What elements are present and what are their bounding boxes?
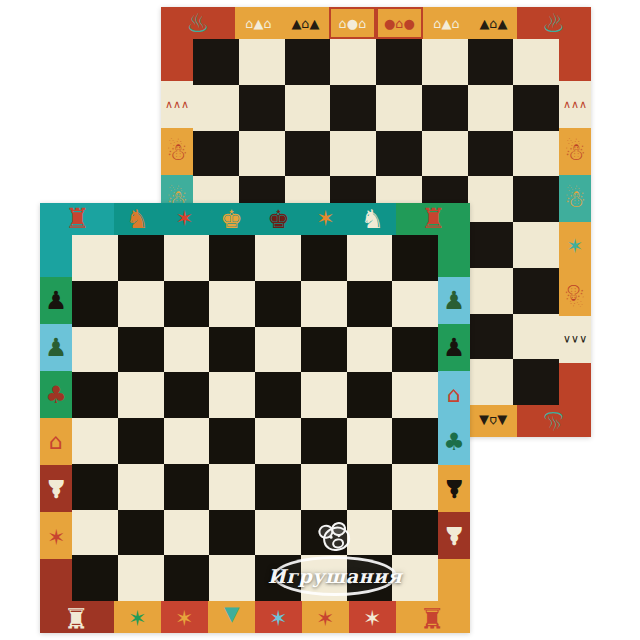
medieval-board-square-b6 bbox=[118, 327, 164, 373]
guard-with-spear-icon: ♟ bbox=[443, 476, 465, 501]
figure-in-triangle-icon: ▲ bbox=[224, 607, 239, 627]
cream-castle-corner: ♜ bbox=[40, 601, 114, 633]
swirl-horn-ornament-icon: ♨ bbox=[542, 408, 565, 434]
russian-board-square-f6 bbox=[422, 131, 468, 177]
onion-domes: ⌂▲⌂ bbox=[235, 7, 282, 39]
guard-with-shield: ♟ bbox=[438, 277, 470, 324]
russian-board-square-c6 bbox=[285, 131, 331, 177]
figure-in-triangle: ▲ bbox=[208, 601, 255, 633]
archer-icon: ♟ bbox=[45, 288, 67, 313]
medieval-board-square-a4 bbox=[72, 418, 118, 464]
juggler-with-camel-icon: ✶ bbox=[316, 208, 334, 230]
castle-landscape-icon: ⌂ bbox=[447, 384, 461, 406]
russian-board-square-g1 bbox=[468, 359, 514, 405]
acrobat-icon: ✶ bbox=[363, 606, 381, 628]
onion-domes: ⌂▲⌂ bbox=[423, 7, 470, 39]
medieval-board-square-d8 bbox=[209, 235, 255, 281]
swirl-horn-ornament-corner: ♨ bbox=[161, 7, 235, 39]
juggler: ✶ bbox=[161, 203, 208, 235]
russian-board-square-h3 bbox=[513, 268, 559, 314]
russian-board-square-e7 bbox=[376, 85, 422, 131]
matryoshka-doll: ☃ bbox=[559, 128, 591, 175]
medieval-board-square-c7 bbox=[164, 281, 210, 327]
archer-icon: ♟ bbox=[443, 523, 465, 548]
red-castle-corner: ♜ bbox=[396, 203, 470, 235]
knight-on-horse-icon: ♞ bbox=[126, 206, 149, 232]
jester-icon: ✶ bbox=[316, 606, 334, 628]
medieval-chess-board: ♜♞✶♚♚✶♞♜ ♜✶✶▲✶✶✶♜ ♟♟♣⌂♟✶ ♟♟⌂♣♟♟ bbox=[40, 203, 470, 633]
medieval-board-square-c5 bbox=[164, 372, 210, 418]
acrobat-icon: ✶ bbox=[269, 606, 287, 628]
archer: ♟ bbox=[40, 277, 72, 324]
medieval-board-square-h7 bbox=[392, 281, 438, 327]
medieval-board-square-g6 bbox=[347, 327, 393, 373]
acrobat: ✶ bbox=[255, 601, 302, 633]
medieval-board-square-d4 bbox=[209, 418, 255, 464]
archer: ♟ bbox=[438, 512, 470, 559]
tree-landscape-icon: ♣ bbox=[443, 430, 465, 454]
medieval-board-square-e7 bbox=[255, 281, 301, 327]
king: ♚ bbox=[255, 203, 302, 235]
swirl-horn-ornament-icon: ♨ bbox=[186, 10, 209, 36]
russian-board-square-c7 bbox=[285, 85, 331, 131]
jester: ✶ bbox=[302, 601, 349, 633]
medieval-board-square-b3 bbox=[118, 464, 164, 510]
medieval-board-square-f5 bbox=[301, 372, 347, 418]
red-castle-extension bbox=[40, 235, 72, 277]
medieval-board-square-f7 bbox=[301, 281, 347, 327]
russian-board-square-d6 bbox=[330, 131, 376, 177]
russian-board-square-g2 bbox=[468, 314, 514, 360]
castle-landscape: ⌂ bbox=[438, 371, 470, 418]
russian-board-square-g4 bbox=[468, 222, 514, 268]
matryoshka-doll-icon: ☃ bbox=[564, 281, 586, 305]
russian-board-square-b6 bbox=[239, 131, 285, 177]
russian-board-square-a7 bbox=[193, 85, 239, 131]
tree-landscape: ♣ bbox=[40, 371, 72, 418]
medieval-board-square-b1 bbox=[118, 555, 164, 601]
acrobat: ✶ bbox=[161, 601, 208, 633]
guard-with-shield-icon: ♟ bbox=[443, 288, 465, 313]
juggler-with-camel: ✶ bbox=[302, 203, 349, 235]
medieval-board-square-e3 bbox=[255, 464, 301, 510]
medieval-board-square-c1 bbox=[164, 555, 210, 601]
medieval-board-square-a2 bbox=[72, 510, 118, 556]
onion-domes: ▲⌂▲ bbox=[470, 405, 517, 437]
cream-castle-extension bbox=[40, 559, 72, 601]
medieval-board-square-b2 bbox=[118, 510, 164, 556]
medieval-board-square-g7 bbox=[347, 281, 393, 327]
red-castle-extension bbox=[438, 235, 470, 277]
onion-domes-icon: ▲⌂▲ bbox=[291, 17, 319, 30]
castle-landscape: ⌂ bbox=[40, 418, 72, 465]
onion-domes-icon: ▲⌂▲ bbox=[479, 17, 507, 30]
juggler-icon: ✶ bbox=[175, 208, 193, 230]
russian-board-square-h2 bbox=[513, 314, 559, 360]
medieval-board-square-d5 bbox=[209, 372, 255, 418]
medieval-board-square-g3 bbox=[347, 464, 393, 510]
zigzag-pattern-icon: ∧∧∧ bbox=[563, 334, 587, 345]
russian-board-square-d7 bbox=[330, 85, 376, 131]
russian-board-square-a6 bbox=[193, 131, 239, 177]
acrobat: ✶ bbox=[114, 601, 161, 633]
medieval-board-square-a1 bbox=[72, 555, 118, 601]
medieval-board-top-border: ♜♞✶♚♚✶♞♜ bbox=[40, 203, 470, 235]
russian-board-square-g8 bbox=[468, 39, 514, 85]
medieval-board-square-b5 bbox=[118, 372, 164, 418]
tree-landscape: ♣ bbox=[438, 418, 470, 465]
zigzag-pattern: ∧∧∧ bbox=[559, 81, 591, 128]
russian-board-square-h6 bbox=[513, 131, 559, 177]
russian-board-right-border: ∧∧∧☃☃✶☃∧∧∧ bbox=[559, 39, 591, 405]
product-photo: ♨⌂▲⌂▲⌂▲⌂●⌂●⌂●⌂▲⌂▲⌂▲♨ ♨⌂▲⌂▲⌂▲⌂●⌂●⌂●⌂▲⌂▲⌂▲… bbox=[0, 0, 640, 640]
russian-board-square-f7 bbox=[422, 85, 468, 131]
medieval-board-square-f6 bbox=[301, 327, 347, 373]
medieval-board-square-h5 bbox=[392, 372, 438, 418]
medieval-board-square-e5 bbox=[255, 372, 301, 418]
brand-text: Игрушания bbox=[268, 565, 402, 587]
red-castle-corner: ♜ bbox=[396, 601, 470, 633]
acrobat-icon: ✶ bbox=[175, 606, 193, 628]
guard-with-shield-icon: ♟ bbox=[45, 335, 67, 360]
red-castle-corner: ♜ bbox=[40, 203, 114, 235]
russian-board-square-h8 bbox=[513, 39, 559, 85]
medieval-board-square-f8 bbox=[301, 235, 347, 281]
swirl-horn-ornament-corner: ♨ bbox=[517, 405, 591, 437]
russian-board-top-border: ♨⌂▲⌂▲⌂▲⌂●⌂●⌂●⌂▲⌂▲⌂▲♨ bbox=[161, 7, 591, 39]
russian-board-square-c8 bbox=[285, 39, 331, 85]
medieval-board-square-c6 bbox=[164, 327, 210, 373]
folk-flower: ✶ bbox=[559, 222, 591, 269]
swirl-horn-ornament-corner: ♨ bbox=[517, 7, 591, 39]
tree-landscape-icon: ♣ bbox=[45, 383, 67, 407]
medieval-board-square-d6 bbox=[209, 327, 255, 373]
zigzag-pattern: ∧∧∧ bbox=[559, 316, 591, 363]
red-castle-icon: ♜ bbox=[420, 205, 445, 233]
medieval-board-square-h3 bbox=[392, 464, 438, 510]
red-castle-extension bbox=[438, 559, 470, 601]
medieval-board-square-b8 bbox=[118, 235, 164, 281]
medieval-board-square-d7 bbox=[209, 281, 255, 327]
medieval-board-bottom-border: ♜✶✶▲✶✶✶♜ bbox=[40, 601, 470, 633]
medieval-board-square-a3 bbox=[72, 464, 118, 510]
medieval-board-square-d3 bbox=[209, 464, 255, 510]
russian-board-square-g5 bbox=[468, 176, 514, 222]
medieval-board-square-c4 bbox=[164, 418, 210, 464]
matryoshka-doll: ☃ bbox=[161, 128, 193, 175]
red-castle-icon: ♜ bbox=[64, 205, 89, 233]
jester-icon: ✶ bbox=[47, 525, 65, 547]
guard-with-shield: ♟ bbox=[40, 324, 72, 371]
medieval-board-square-e4 bbox=[255, 418, 301, 464]
medieval-board-square-a5 bbox=[72, 372, 118, 418]
prince-icon: ♚ bbox=[220, 207, 242, 232]
onion-domes: ▲⌂▲ bbox=[282, 7, 329, 39]
medieval-board-square-e8 bbox=[255, 235, 301, 281]
zigzag-pattern-icon: ∧∧∧ bbox=[563, 99, 587, 110]
medieval-board-square-h8 bbox=[392, 235, 438, 281]
onion-domes-icon: ▲⌂▲ bbox=[479, 415, 507, 428]
swirl-horn-ornament-icon: ♨ bbox=[542, 10, 565, 36]
russian-board-square-e8 bbox=[376, 39, 422, 85]
medieval-board-square-f4 bbox=[301, 418, 347, 464]
medieval-board-left-border: ♟♟♣⌂♟✶ bbox=[40, 235, 72, 601]
russian-board-square-b8 bbox=[239, 39, 285, 85]
onion-domes: ⌂●⌂ bbox=[329, 7, 376, 39]
russian-board-square-h4 bbox=[513, 222, 559, 268]
guard-with-spear: ♟ bbox=[438, 465, 470, 512]
onion-domes-icon: ⌂▲⌂ bbox=[245, 17, 272, 30]
matryoshka-doll-icon: ☃ bbox=[564, 140, 586, 164]
russian-board-square-g3 bbox=[468, 268, 514, 314]
jester: ✶ bbox=[40, 512, 72, 559]
red-castle-icon: ♜ bbox=[420, 603, 445, 631]
prince: ♚ bbox=[208, 203, 255, 235]
russian-board-square-a8 bbox=[193, 39, 239, 85]
archer-icon: ♟ bbox=[45, 476, 67, 501]
archer: ♟ bbox=[40, 465, 72, 512]
knight-on-horse: ♞ bbox=[114, 203, 161, 235]
swirl-horn-ornament-extension bbox=[161, 39, 193, 81]
russian-board-square-f8 bbox=[422, 39, 468, 85]
russian-board-square-h1 bbox=[513, 359, 559, 405]
russian-board-square-e6 bbox=[376, 131, 422, 177]
watermark-oval: Игрушания bbox=[273, 556, 397, 596]
cream-castle-icon: ♜ bbox=[64, 603, 89, 631]
medieval-board-square-c8 bbox=[164, 235, 210, 281]
matryoshka-doll: ☃ bbox=[559, 269, 591, 316]
medieval-board-square-c2 bbox=[164, 510, 210, 556]
medieval-board-square-g5 bbox=[347, 372, 393, 418]
onion-domes: ●⌂● bbox=[376, 7, 423, 39]
medieval-board-square-h6 bbox=[392, 327, 438, 373]
medieval-board-square-g8 bbox=[347, 235, 393, 281]
acrobat: ✶ bbox=[349, 601, 396, 633]
russian-board-square-h5 bbox=[513, 176, 559, 222]
medieval-board-square-e6 bbox=[255, 327, 301, 373]
medieval-board-square-f3 bbox=[301, 464, 347, 510]
russian-board-square-b7 bbox=[239, 85, 285, 131]
matryoshka-doll-icon: ☃ bbox=[166, 140, 188, 164]
onion-domes-icon: ⌂●⌂ bbox=[339, 17, 367, 30]
medieval-board-square-b4 bbox=[118, 418, 164, 464]
swirl-horn-ornament-extension bbox=[559, 39, 591, 81]
zigzag-pattern-icon: ∧∧∧ bbox=[165, 99, 189, 110]
medieval-board-square-a6 bbox=[72, 327, 118, 373]
swirl-horn-ornament-extension bbox=[559, 363, 591, 405]
knight-on-white-horse-icon: ♞ bbox=[361, 206, 384, 232]
medieval-board-square-g4 bbox=[347, 418, 393, 464]
russian-board-square-g6 bbox=[468, 131, 514, 177]
onion-domes-icon: ⌂▲⌂ bbox=[433, 17, 460, 30]
castle-landscape-icon: ⌂ bbox=[49, 431, 63, 453]
archer: ♟ bbox=[438, 324, 470, 371]
matryoshka-doll: ☃ bbox=[559, 175, 591, 222]
russian-board-square-h7 bbox=[513, 85, 559, 131]
russian-board-square-d8 bbox=[330, 39, 376, 85]
medieval-board-square-a8 bbox=[72, 235, 118, 281]
teddy-bear-icon bbox=[314, 520, 356, 558]
medieval-board-square-d2 bbox=[209, 510, 255, 556]
russian-board-square-g7 bbox=[468, 85, 514, 131]
medieval-board-square-a7 bbox=[72, 281, 118, 327]
zigzag-pattern: ∧∧∧ bbox=[161, 81, 193, 128]
medieval-board-right-border: ♟♟⌂♣♟♟ bbox=[438, 235, 470, 601]
medieval-board-square-d1 bbox=[209, 555, 255, 601]
watermark: Игрушания bbox=[267, 523, 403, 596]
king-icon: ♚ bbox=[267, 207, 289, 232]
medieval-board-square-h4 bbox=[392, 418, 438, 464]
archer-icon: ♟ bbox=[443, 335, 465, 360]
folk-flower-icon: ✶ bbox=[567, 236, 584, 256]
medieval-board-square-c3 bbox=[164, 464, 210, 510]
knight-on-white-horse: ♞ bbox=[349, 203, 396, 235]
acrobat-icon: ✶ bbox=[128, 606, 146, 628]
onion-domes-icon: ●⌂● bbox=[384, 17, 415, 30]
medieval-board-square-b7 bbox=[118, 281, 164, 327]
onion-domes: ▲⌂▲ bbox=[470, 7, 517, 39]
matryoshka-doll-icon: ☃ bbox=[564, 187, 586, 211]
